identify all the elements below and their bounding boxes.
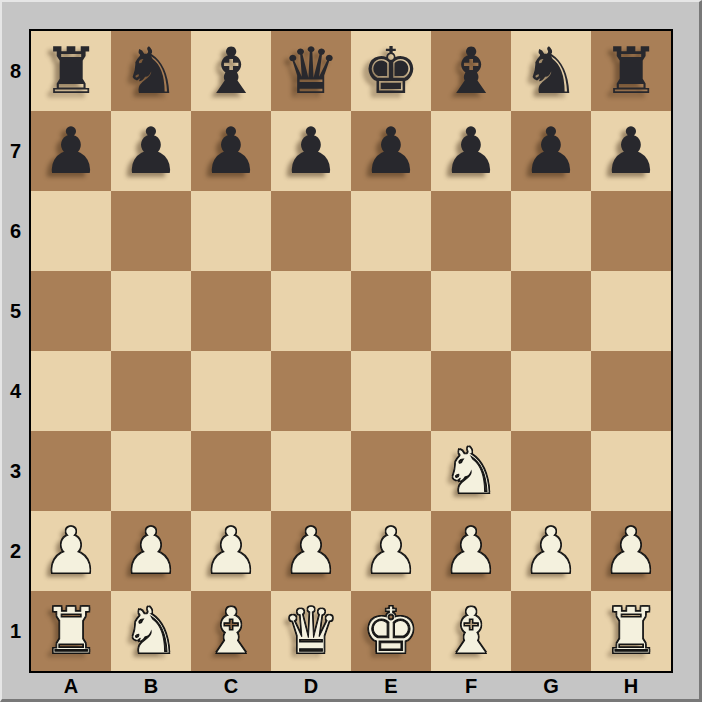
piece-white-pawn-f2[interactable]: ♟ — [431, 511, 511, 591]
piece-white-king-e1[interactable]: ♚ — [351, 591, 431, 671]
square-g5[interactable] — [511, 271, 591, 351]
square-c3[interactable] — [191, 431, 271, 511]
square-b4[interactable] — [111, 351, 191, 431]
file-label-b: B — [111, 673, 191, 699]
file-labels: A B C D E F G H — [31, 673, 671, 699]
square-e1[interactable]: ♚ — [351, 591, 431, 671]
square-a1[interactable]: ♜ — [31, 591, 111, 671]
file-label-c: C — [191, 673, 271, 699]
square-d4[interactable] — [271, 351, 351, 431]
piece-black-queen-d8[interactable]: ♛ — [271, 31, 351, 111]
square-a2[interactable]: ♟ — [31, 511, 111, 591]
square-c6[interactable] — [191, 191, 271, 271]
square-f1[interactable]: ♝ — [431, 591, 511, 671]
square-c8[interactable]: ♝ — [191, 31, 271, 111]
piece-black-knight-g8[interactable]: ♞ — [511, 31, 591, 111]
square-b2[interactable]: ♟ — [111, 511, 191, 591]
piece-white-bishop-c1[interactable]: ♝ — [191, 591, 271, 671]
square-f6[interactable] — [431, 191, 511, 271]
square-d3[interactable] — [271, 431, 351, 511]
file-label-f: F — [431, 673, 511, 699]
square-g6[interactable] — [511, 191, 591, 271]
piece-white-pawn-d2[interactable]: ♟ — [271, 511, 351, 591]
rank-label-1: 1 — [2, 591, 29, 671]
square-d8[interactable]: ♛ — [271, 31, 351, 111]
square-b8[interactable]: ♞ — [111, 31, 191, 111]
piece-black-pawn-b7[interactable]: ♟ — [111, 111, 191, 191]
square-h6[interactable] — [591, 191, 671, 271]
piece-black-rook-a8[interactable]: ♜ — [31, 31, 111, 111]
file-label-e: E — [351, 673, 431, 699]
rank-label-6: 6 — [2, 191, 29, 271]
square-b7[interactable]: ♟ — [111, 111, 191, 191]
rank-label-8: 8 — [2, 31, 29, 111]
chess-board[interactable]: ♜♞♝♛♚♝♞♜♟♟♟♟♟♟♟♟♞♟♟♟♟♟♟♟♟♜♞♝♛♚♝♜ — [29, 29, 673, 673]
square-e7[interactable]: ♟ — [351, 111, 431, 191]
square-b1[interactable]: ♞ — [111, 591, 191, 671]
piece-white-knight-f3[interactable]: ♞ — [431, 431, 511, 511]
square-a5[interactable] — [31, 271, 111, 351]
square-a4[interactable] — [31, 351, 111, 431]
square-d2[interactable]: ♟ — [271, 511, 351, 591]
square-h7[interactable]: ♟ — [591, 111, 671, 191]
piece-black-pawn-a7[interactable]: ♟ — [31, 111, 111, 191]
piece-black-pawn-d7[interactable]: ♟ — [271, 111, 351, 191]
piece-black-pawn-h7[interactable]: ♟ — [591, 111, 671, 191]
square-b5[interactable] — [111, 271, 191, 351]
square-e2[interactable]: ♟ — [351, 511, 431, 591]
square-a7[interactable]: ♟ — [31, 111, 111, 191]
piece-white-pawn-b2[interactable]: ♟ — [111, 511, 191, 591]
piece-black-king-e8[interactable]: ♚ — [351, 31, 431, 111]
rank-label-3: 3 — [2, 431, 29, 511]
square-g3[interactable] — [511, 431, 591, 511]
piece-white-pawn-c2[interactable]: ♟ — [191, 511, 271, 591]
square-c1[interactable]: ♝ — [191, 591, 271, 671]
file-label-g: G — [511, 673, 591, 699]
square-e6[interactable] — [351, 191, 431, 271]
piece-black-knight-b8[interactable]: ♞ — [111, 31, 191, 111]
piece-black-pawn-e7[interactable]: ♟ — [351, 111, 431, 191]
square-e4[interactable] — [351, 351, 431, 431]
square-a8[interactable]: ♜ — [31, 31, 111, 111]
square-a6[interactable] — [31, 191, 111, 271]
piece-black-pawn-f7[interactable]: ♟ — [431, 111, 511, 191]
piece-black-rook-h8[interactable]: ♜ — [591, 31, 671, 111]
board-frame: 8 7 6 5 4 3 2 1 ♜♞♝♛♚♝♞♜♟♟♟♟♟♟♟♟♞♟♟♟♟♟♟♟… — [0, 0, 702, 702]
piece-black-bishop-f8[interactable]: ♝ — [431, 31, 511, 111]
file-label-a: A — [31, 673, 111, 699]
piece-white-pawn-e2[interactable]: ♟ — [351, 511, 431, 591]
piece-white-pawn-a2[interactable]: ♟ — [31, 511, 111, 591]
square-b6[interactable] — [111, 191, 191, 271]
square-d5[interactable] — [271, 271, 351, 351]
square-g8[interactable]: ♞ — [511, 31, 591, 111]
square-f2[interactable]: ♟ — [431, 511, 511, 591]
square-e3[interactable] — [351, 431, 431, 511]
square-f8[interactable]: ♝ — [431, 31, 511, 111]
square-f4[interactable] — [431, 351, 511, 431]
square-e5[interactable] — [351, 271, 431, 351]
square-e8[interactable]: ♚ — [351, 31, 431, 111]
file-label-d: D — [271, 673, 351, 699]
square-h3[interactable] — [591, 431, 671, 511]
square-a3[interactable] — [31, 431, 111, 511]
square-d6[interactable] — [271, 191, 351, 271]
piece-white-pawn-g2[interactable]: ♟ — [511, 511, 591, 591]
square-c7[interactable]: ♟ — [191, 111, 271, 191]
rank-label-4: 4 — [2, 351, 29, 431]
rank-label-2: 2 — [2, 511, 29, 591]
square-h2[interactable]: ♟ — [591, 511, 671, 591]
piece-white-knight-b1[interactable]: ♞ — [111, 591, 191, 671]
piece-white-rook-a1[interactable]: ♜ — [31, 591, 111, 671]
square-h4[interactable] — [591, 351, 671, 431]
piece-white-bishop-f1[interactable]: ♝ — [431, 591, 511, 671]
file-label-h: H — [591, 673, 671, 699]
square-b3[interactable] — [111, 431, 191, 511]
rank-labels: 8 7 6 5 4 3 2 1 — [2, 31, 29, 671]
rank-label-5: 5 — [2, 271, 29, 351]
piece-white-pawn-h2[interactable]: ♟ — [591, 511, 671, 591]
square-g1[interactable] — [511, 591, 591, 671]
rank-label-7: 7 — [2, 111, 29, 191]
square-g4[interactable] — [511, 351, 591, 431]
square-d1[interactable]: ♛ — [271, 591, 351, 671]
square-c2[interactable]: ♟ — [191, 511, 271, 591]
square-c5[interactable] — [191, 271, 271, 351]
square-h1[interactable]: ♜ — [591, 591, 671, 671]
square-f7[interactable]: ♟ — [431, 111, 511, 191]
square-h8[interactable]: ♜ — [591, 31, 671, 111]
piece-black-bishop-c8[interactable]: ♝ — [191, 31, 271, 111]
square-c4[interactable] — [191, 351, 271, 431]
square-g7[interactable]: ♟ — [511, 111, 591, 191]
piece-white-queen-d1[interactable]: ♛ — [271, 591, 351, 671]
square-d7[interactable]: ♟ — [271, 111, 351, 191]
square-h5[interactable] — [591, 271, 671, 351]
piece-black-pawn-c7[interactable]: ♟ — [191, 111, 271, 191]
piece-black-pawn-g7[interactable]: ♟ — [511, 111, 591, 191]
square-g2[interactable]: ♟ — [511, 511, 591, 591]
piece-white-rook-h1[interactable]: ♜ — [591, 591, 671, 671]
square-f5[interactable] — [431, 271, 511, 351]
square-f3[interactable]: ♞ — [431, 431, 511, 511]
